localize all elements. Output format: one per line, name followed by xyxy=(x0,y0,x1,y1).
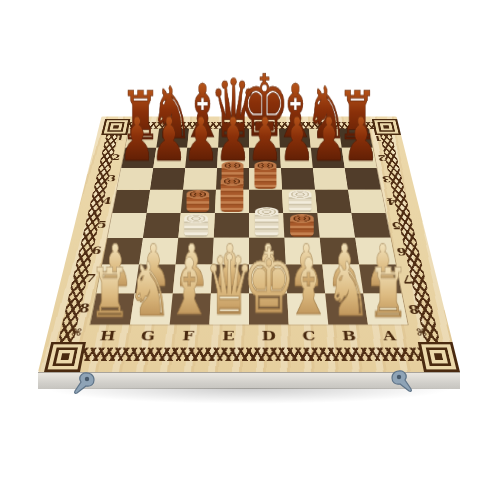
checker-top-face xyxy=(222,161,244,170)
square-b3[interactable] xyxy=(313,168,348,190)
square-a2[interactable]: ♟ xyxy=(342,148,377,168)
dark-pawn-b2[interactable]: ♟ xyxy=(311,109,347,169)
metal-clasp-icon xyxy=(388,369,414,393)
checker-top-face xyxy=(187,190,210,199)
square-c8[interactable]: ♝ xyxy=(287,293,328,324)
square-g4[interactable] xyxy=(147,190,183,213)
file-label-e: E xyxy=(208,325,249,347)
braid-border-bottom xyxy=(76,348,421,361)
checker-top-face xyxy=(289,190,312,199)
square-c3[interactable] xyxy=(281,168,315,190)
corner-motif-bottom-right xyxy=(418,342,460,372)
dark-pawn-g2[interactable]: ♟ xyxy=(151,109,187,169)
file-label-b: B xyxy=(328,325,371,347)
checker-stack-brown-f4[interactable] xyxy=(187,194,210,212)
square-b2[interactable]: ♟ xyxy=(311,148,345,168)
checker-stack-white-c4[interactable] xyxy=(289,194,312,212)
metal-clasp-icon xyxy=(72,371,98,395)
dark-pawn-c2[interactable]: ♟ xyxy=(279,109,315,169)
checker-top-face xyxy=(184,214,208,223)
board-grid: ♜♞♝♛♚♝♞♜♟♟♟♟♟♟♟♟♟♟♟♟♟♟♟♟♜♞♝♛♚♝♞♜ xyxy=(90,129,407,325)
square-a4[interactable] xyxy=(348,190,386,213)
file-label-h: H xyxy=(86,325,130,347)
file-label-c: C xyxy=(289,325,331,347)
checker-stack-brown-d3[interactable] xyxy=(254,165,276,189)
square-h3[interactable] xyxy=(117,168,153,190)
square-d3[interactable] xyxy=(249,168,282,190)
square-a3[interactable] xyxy=(345,168,381,190)
dark-pawn-a2[interactable]: ♟ xyxy=(343,109,379,169)
light-rook-a8[interactable]: ♜ xyxy=(368,258,409,327)
square-e4[interactable] xyxy=(215,190,249,213)
square-f2[interactable]: ♟ xyxy=(185,148,218,168)
board-surface: ♜♞♝♛♚♝♞♜♟♟♟♟♟♟♟♟♟♟♟♟♟♟♟♟♜♞♝♛♚♝♞♜ 1234567… xyxy=(38,117,460,372)
light-knight-g8[interactable]: ♞ xyxy=(128,252,172,327)
square-g2[interactable]: ♟ xyxy=(153,148,187,168)
light-bishop-c8[interactable]: ♝ xyxy=(286,249,332,327)
square-c2[interactable]: ♟ xyxy=(280,148,313,168)
square-b8[interactable]: ♞ xyxy=(325,293,368,324)
file-label-a: A xyxy=(368,325,412,347)
checker-top-face xyxy=(255,207,279,216)
checker-stack-brown-e4[interactable] xyxy=(221,181,244,212)
dark-pawn-h2[interactable]: ♟ xyxy=(119,109,155,169)
checker-top-face xyxy=(221,177,244,186)
square-f4[interactable] xyxy=(181,190,216,213)
square-b4[interactable] xyxy=(315,190,351,213)
square-h4[interactable] xyxy=(112,190,150,213)
square-a8[interactable]: ♜ xyxy=(363,293,407,324)
file-label-d: D xyxy=(249,325,290,347)
checker-top-face xyxy=(254,161,276,170)
square-g3[interactable] xyxy=(150,168,185,190)
board-photo: ♜♞♝♛♚♝♞♜♟♟♟♟♟♟♟♟♟♟♟♟♟♟♟♟♜♞♝♛♚♝♞♜ 1234567… xyxy=(0,0,500,500)
file-label-f: F xyxy=(167,325,209,347)
light-knight-b8[interactable]: ♞ xyxy=(326,252,370,327)
checker-top-face xyxy=(290,214,314,223)
dark-pawn-f2[interactable]: ♟ xyxy=(183,109,219,169)
light-rook-h8[interactable]: ♜ xyxy=(89,258,130,327)
square-c4[interactable] xyxy=(282,190,317,213)
file-label-g: G xyxy=(127,325,170,347)
corner-motif-bottom-left xyxy=(44,342,86,372)
square-f3[interactable] xyxy=(183,168,217,190)
square-d8[interactable]: ♚ xyxy=(249,293,289,324)
